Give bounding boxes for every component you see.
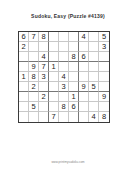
cell-r9c8: 4 <box>89 112 99 122</box>
cell-r1c6 <box>69 32 79 42</box>
cell-r7c7 <box>79 92 89 102</box>
cell-r7c2 <box>29 92 39 102</box>
cell-r1c9: 5 <box>99 32 109 42</box>
cell-r6c1 <box>19 82 29 92</box>
cell-r8c1 <box>19 102 29 112</box>
cell-r2c2 <box>29 42 39 52</box>
cell-r5c9 <box>99 72 109 82</box>
cell-r9c6 <box>69 112 79 122</box>
cell-r1c1: 6 <box>19 32 29 42</box>
cell-r8c8 <box>89 102 99 112</box>
cell-r3c7: 6 <box>79 52 89 62</box>
cell-r4c1 <box>19 62 29 72</box>
cell-r7c5 <box>59 92 69 102</box>
sudoku-board: 678452348697118342395219586748 <box>18 31 110 123</box>
footer-url: www.printmysudoku.com <box>0 160 136 164</box>
cell-r3c8 <box>89 52 99 62</box>
cell-r4c7 <box>79 62 89 72</box>
cell-r3c5 <box>59 52 69 62</box>
cell-r8c7 <box>79 102 89 112</box>
cell-r4c4: 1 <box>49 62 59 72</box>
cell-r7c4 <box>49 92 59 102</box>
cell-r1c5 <box>59 32 69 42</box>
cell-r8c3 <box>39 102 49 112</box>
cell-r2c3 <box>39 42 49 52</box>
cell-r1c3: 8 <box>39 32 49 42</box>
cell-r3c3: 4 <box>39 52 49 62</box>
cell-r2c6 <box>69 42 79 52</box>
cell-r7c8 <box>89 92 99 102</box>
cell-r6c8: 5 <box>89 82 99 92</box>
cell-r1c7: 4 <box>79 32 89 42</box>
cell-r6c5: 3 <box>59 82 69 92</box>
cell-r7c3: 2 <box>39 92 49 102</box>
cell-r6c9 <box>99 82 109 92</box>
cell-r5c1: 1 <box>19 72 29 82</box>
cell-r1c4 <box>49 32 59 42</box>
cell-r9c9: 8 <box>99 112 109 122</box>
cell-r4c2: 9 <box>29 62 39 72</box>
cell-r7c1 <box>19 92 29 102</box>
cell-r3c2 <box>29 52 39 62</box>
cell-r5c7 <box>79 72 89 82</box>
cell-r1c8 <box>89 32 99 42</box>
page-title: Sudoku, Easy (Puzzle #4139) <box>0 13 136 19</box>
cell-r4c9 <box>99 62 109 72</box>
cell-r2c4 <box>49 42 59 52</box>
cell-r4c5 <box>59 62 69 72</box>
cell-r2c8 <box>89 42 99 52</box>
cell-r7c9: 9 <box>99 92 109 102</box>
cell-r8c4 <box>49 102 59 112</box>
cell-r6c6 <box>69 82 79 92</box>
cell-r5c5: 4 <box>59 72 69 82</box>
cell-r6c7: 9 <box>79 82 89 92</box>
cell-r5c8 <box>89 72 99 82</box>
cell-r2c5 <box>59 42 69 52</box>
cell-r5c6 <box>69 72 79 82</box>
cell-r8c6: 6 <box>69 102 79 112</box>
cell-r6c4 <box>49 82 59 92</box>
cell-r9c7 <box>79 112 89 122</box>
cell-r6c3 <box>39 82 49 92</box>
cell-r1c2: 7 <box>29 32 39 42</box>
cell-r2c9: 3 <box>99 42 109 52</box>
cell-r9c1 <box>19 112 29 122</box>
cell-r8c5: 8 <box>59 102 69 112</box>
cell-r9c5 <box>59 112 69 122</box>
cell-r4c3: 7 <box>39 62 49 72</box>
cell-r7c6: 1 <box>69 92 79 102</box>
cell-r6c2: 2 <box>29 82 39 92</box>
cell-r9c2 <box>29 112 39 122</box>
cell-r2c7 <box>79 42 89 52</box>
cell-r5c3: 3 <box>39 72 49 82</box>
cell-r5c4 <box>49 72 59 82</box>
cell-r8c9 <box>99 102 109 112</box>
cell-r9c4: 7 <box>49 112 59 122</box>
cell-r3c4 <box>49 52 59 62</box>
cell-r4c8 <box>89 62 99 72</box>
cell-r3c1 <box>19 52 29 62</box>
cell-r3c6: 8 <box>69 52 79 62</box>
cell-r5c2: 8 <box>29 72 39 82</box>
cell-r9c3 <box>39 112 49 122</box>
cell-r8c2: 5 <box>29 102 39 112</box>
cell-r2c1: 2 <box>19 42 29 52</box>
cell-r4c6 <box>69 62 79 72</box>
cell-r3c9 <box>99 52 109 62</box>
